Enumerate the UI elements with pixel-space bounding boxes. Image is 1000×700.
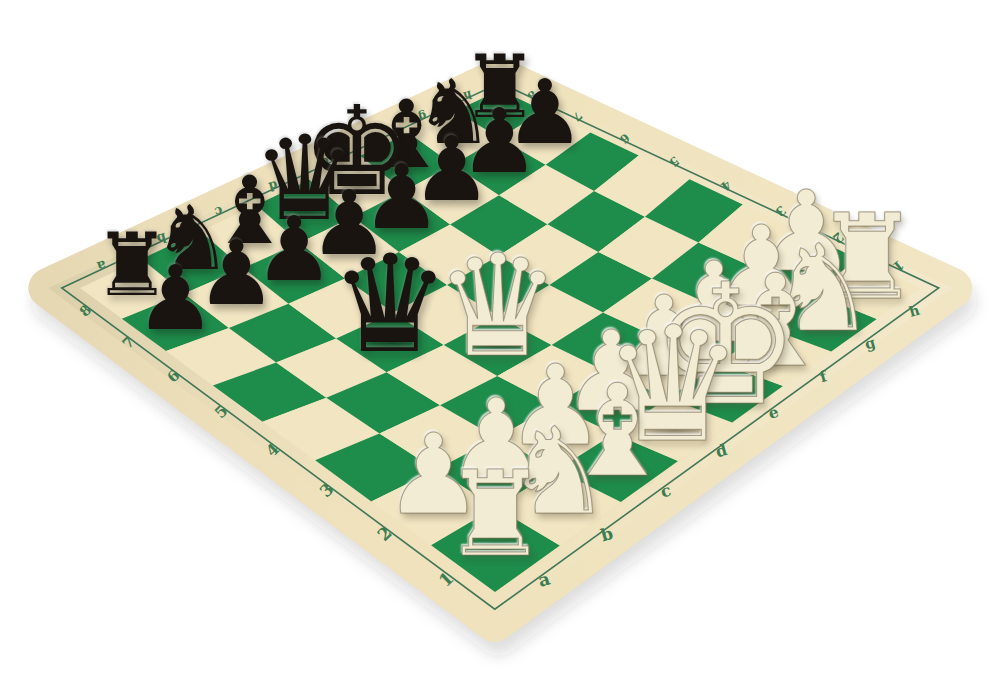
chessboard: aabbccddeeffgghh1122334455667788 (0, 0, 1000, 700)
chess-mat-product-photo: aabbccddeeffgghh1122334455667788 ♜♟♞♝♟♚♟… (0, 0, 1000, 700)
